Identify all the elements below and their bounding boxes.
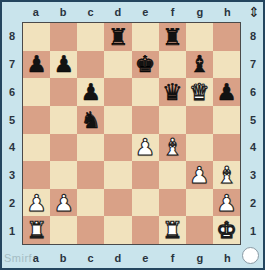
piece-white-rook: ♜ — [162, 217, 183, 243]
rank-labels-left: 87654321 — [2, 22, 22, 245]
piece-white-pawn: ♟ — [135, 134, 156, 160]
square-c6[interactable]: ♟ — [77, 78, 104, 106]
rank-label-5: 5 — [241, 106, 265, 134]
square-c7[interactable] — [77, 51, 104, 79]
piece-black-queen: ♛ — [162, 79, 183, 105]
square-e6[interactable] — [132, 78, 159, 106]
file-label-c: c — [77, 2, 104, 22]
rank-label-3: 3 — [241, 161, 265, 189]
square-d3[interactable] — [104, 161, 131, 189]
square-c8[interactable] — [77, 23, 104, 51]
square-b7[interactable]: ♟ — [50, 51, 77, 79]
square-h4[interactable] — [213, 134, 240, 162]
piece-white-pawn: ♟ — [26, 190, 47, 216]
piece-black-pawn: ♟ — [26, 51, 47, 77]
chess-board[interactable]: ♜♜♟♟♚♝♟♛♛♟♞♟♝♟♝♟♟♟♜♜♚ — [22, 22, 241, 245]
rank-label-2: 2 — [241, 189, 265, 217]
file-label-f: f — [159, 2, 186, 22]
square-a7[interactable]: ♟ — [23, 51, 50, 79]
square-e8[interactable] — [132, 23, 159, 51]
square-f1[interactable]: ♜ — [159, 216, 186, 244]
file-label-g: g — [186, 2, 213, 22]
file-label-e: e — [132, 2, 159, 22]
square-f2[interactable] — [159, 189, 186, 217]
piece-white-bishop: ♝ — [216, 162, 237, 188]
square-a5[interactable] — [23, 106, 50, 134]
square-d1[interactable] — [104, 216, 131, 244]
app-logo-text: Smirf — [4, 252, 32, 264]
square-h1[interactable]: ♚ — [213, 216, 240, 244]
piece-black-pawn: ♟ — [53, 51, 74, 77]
square-a1[interactable]: ♜ — [23, 216, 50, 244]
piece-black-king: ♚ — [135, 51, 156, 77]
rank-label-3: 3 — [2, 161, 22, 189]
square-g8[interactable] — [186, 23, 213, 51]
file-label-e: e — [132, 245, 159, 270]
square-h2[interactable]: ♟ — [213, 189, 240, 217]
piece-white-king: ♚ — [216, 217, 237, 243]
rank-label-6: 6 — [2, 78, 22, 106]
square-b3[interactable] — [50, 161, 77, 189]
square-b5[interactable] — [50, 106, 77, 134]
piece-white-pawn: ♟ — [53, 190, 74, 216]
square-d5[interactable] — [104, 106, 131, 134]
square-f4[interactable]: ♝ — [159, 134, 186, 162]
square-d6[interactable] — [104, 78, 131, 106]
square-d7[interactable] — [104, 51, 131, 79]
square-g5[interactable] — [186, 106, 213, 134]
piece-black-pawn: ♟ — [81, 79, 102, 105]
square-c5[interactable]: ♞ — [77, 106, 104, 134]
square-a6[interactable] — [23, 78, 50, 106]
file-label-h: h — [214, 2, 241, 22]
square-a8[interactable] — [23, 23, 50, 51]
file-labels-bottom: abcdefgh — [22, 245, 241, 270]
file-label-d: d — [104, 2, 131, 22]
square-f6[interactable]: ♛ — [159, 78, 186, 106]
file-label-c: c — [77, 245, 104, 270]
file-label-d: d — [104, 245, 131, 270]
rank-label-7: 7 — [241, 50, 265, 78]
square-e7[interactable]: ♚ — [132, 51, 159, 79]
rank-label-8: 8 — [241, 22, 265, 50]
rank-labels-right: 87654321 — [241, 22, 265, 245]
piece-white-rook: ♜ — [26, 217, 47, 243]
piece-white-pawn: ♟ — [216, 190, 237, 216]
square-a2[interactable]: ♟ — [23, 189, 50, 217]
square-e4[interactable]: ♟ — [132, 134, 159, 162]
square-h7[interactable] — [213, 51, 240, 79]
square-c3[interactable] — [77, 161, 104, 189]
piece-white-bishop: ♝ — [162, 134, 183, 160]
piece-black-knight: ♞ — [81, 107, 102, 133]
square-h8[interactable] — [213, 23, 240, 51]
file-label-b: b — [49, 2, 76, 22]
rank-label-6: 6 — [241, 78, 265, 106]
file-label-g: g — [186, 245, 213, 270]
square-h6[interactable]: ♟ — [213, 78, 240, 106]
square-d4[interactable] — [104, 134, 131, 162]
piece-black-pawn: ♟ — [216, 79, 237, 105]
square-g1[interactable] — [186, 216, 213, 244]
square-h3[interactable]: ♝ — [213, 161, 240, 189]
file-labels-top: abcdefgh — [22, 2, 241, 22]
piece-black-rook: ♜ — [108, 24, 129, 50]
square-c4[interactable] — [77, 134, 104, 162]
square-g2[interactable] — [186, 189, 213, 217]
square-f5[interactable] — [159, 106, 186, 134]
rank-label-1: 1 — [2, 217, 22, 245]
rank-label-4: 4 — [241, 134, 265, 162]
piece-white-pawn: ♟ — [189, 162, 210, 188]
square-b1[interactable] — [50, 216, 77, 244]
square-g7[interactable]: ♝ — [186, 51, 213, 79]
rank-label-7: 7 — [2, 50, 22, 78]
piece-black-rook: ♜ — [162, 24, 183, 50]
square-g3[interactable]: ♟ — [186, 161, 213, 189]
square-f3[interactable] — [159, 161, 186, 189]
square-e1[interactable] — [132, 216, 159, 244]
turn-indicator-white — [242, 247, 259, 264]
rank-label-1: 1 — [241, 217, 265, 245]
smirf-chess-window: abcdefgh 87654321 87654321 abcdefgh ⇕ ♜♜… — [0, 0, 265, 270]
rank-label-8: 8 — [2, 22, 22, 50]
square-a4[interactable] — [23, 134, 50, 162]
square-b4[interactable] — [50, 134, 77, 162]
file-label-b: b — [49, 245, 76, 270]
square-b8[interactable] — [50, 23, 77, 51]
square-b6[interactable] — [50, 78, 77, 106]
square-f8[interactable]: ♜ — [159, 23, 186, 51]
square-a3[interactable] — [23, 161, 50, 189]
square-d8[interactable]: ♜ — [104, 23, 131, 51]
square-c2[interactable] — [77, 189, 104, 217]
square-f7[interactable] — [159, 51, 186, 79]
rank-label-4: 4 — [2, 134, 22, 162]
file-label-a: a — [22, 2, 49, 22]
square-b2[interactable]: ♟ — [50, 189, 77, 217]
flip-board-icon[interactable]: ⇕ — [248, 3, 260, 21]
file-label-h: h — [214, 245, 241, 270]
rank-label-2: 2 — [2, 189, 22, 217]
rank-label-5: 5 — [2, 106, 22, 134]
piece-black-bishop: ♝ — [189, 51, 210, 77]
file-label-f: f — [159, 245, 186, 270]
square-d2[interactable] — [104, 189, 131, 217]
square-h5[interactable] — [213, 106, 240, 134]
square-e2[interactable] — [132, 189, 159, 217]
square-e3[interactable] — [132, 161, 159, 189]
piece-white-queen: ♛ — [189, 79, 210, 105]
square-c1[interactable] — [77, 216, 104, 244]
square-e5[interactable] — [132, 106, 159, 134]
square-g4[interactable] — [186, 134, 213, 162]
square-g6[interactable]: ♛ — [186, 78, 213, 106]
